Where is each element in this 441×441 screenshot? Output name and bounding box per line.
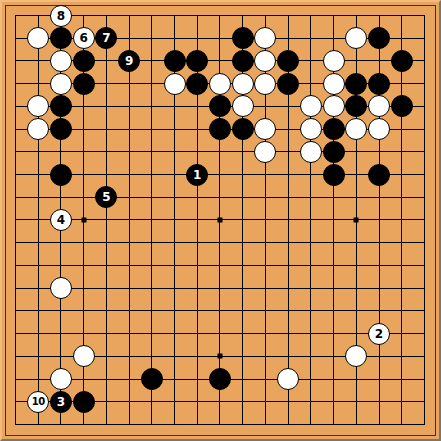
go-stone-white[interactable] bbox=[232, 95, 254, 117]
go-stone-black[interactable] bbox=[232, 118, 254, 140]
go-stone-black[interactable] bbox=[209, 368, 231, 390]
go-stone-black[interactable] bbox=[209, 95, 231, 117]
go-stone-white[interactable] bbox=[50, 73, 72, 95]
go-stone-white[interactable] bbox=[345, 345, 367, 367]
go-stone-black[interactable] bbox=[232, 27, 254, 49]
go-stone-black[interactable] bbox=[73, 50, 95, 72]
go-stone-white[interactable] bbox=[300, 95, 322, 117]
go-stone-white[interactable] bbox=[300, 141, 322, 163]
go-stone-white[interactable] bbox=[50, 368, 72, 390]
go-stone-black[interactable] bbox=[73, 391, 95, 413]
go-stone-black-move-7[interactable]: 7 bbox=[95, 27, 117, 49]
go-stone-white-move-10[interactable]: 10 bbox=[27, 391, 49, 413]
go-stone-black[interactable] bbox=[345, 73, 367, 95]
go-stone-black[interactable] bbox=[368, 27, 390, 49]
go-stone-white[interactable] bbox=[254, 118, 276, 140]
go-stone-black[interactable] bbox=[186, 50, 208, 72]
go-stone-white[interactable] bbox=[50, 50, 72, 72]
go-stone-black-move-3[interactable]: 3 bbox=[50, 391, 72, 413]
go-stone-white[interactable] bbox=[50, 277, 72, 299]
star-point bbox=[217, 354, 222, 359]
go-stone-white[interactable] bbox=[27, 95, 49, 117]
go-stone-black[interactable] bbox=[323, 141, 345, 163]
go-stone-white[interactable] bbox=[345, 118, 367, 140]
go-stone-black[interactable] bbox=[50, 164, 72, 186]
go-stone-white[interactable] bbox=[345, 27, 367, 49]
go-stone-white[interactable] bbox=[323, 50, 345, 72]
go-stone-white-move-6[interactable]: 6 bbox=[73, 27, 95, 49]
go-stone-black[interactable] bbox=[277, 50, 299, 72]
go-stone-black[interactable] bbox=[323, 164, 345, 186]
go-stone-black[interactable] bbox=[141, 368, 163, 390]
go-stone-black[interactable] bbox=[50, 27, 72, 49]
go-stone-black[interactable] bbox=[368, 164, 390, 186]
go-stone-black[interactable] bbox=[323, 118, 345, 140]
go-stone-white-move-2[interactable]: 2 bbox=[368, 323, 390, 345]
go-stone-black[interactable] bbox=[368, 73, 390, 95]
go-stone-white-move-4[interactable]: 4 bbox=[50, 209, 72, 231]
go-stone-white[interactable] bbox=[209, 73, 231, 95]
go-stone-white[interactable] bbox=[254, 141, 276, 163]
go-stone-black[interactable] bbox=[164, 50, 186, 72]
go-stone-black[interactable] bbox=[391, 95, 413, 117]
go-stone-black[interactable] bbox=[50, 118, 72, 140]
star-point bbox=[354, 217, 359, 222]
go-stone-white[interactable] bbox=[368, 95, 390, 117]
go-stone-white[interactable] bbox=[254, 73, 276, 95]
go-stone-white[interactable] bbox=[254, 50, 276, 72]
go-stone-white[interactable] bbox=[277, 368, 299, 390]
go-stone-white[interactable] bbox=[368, 118, 390, 140]
go-stone-black[interactable] bbox=[232, 50, 254, 72]
go-stone-black-move-9[interactable]: 9 bbox=[118, 50, 140, 72]
go-board[interactable]: 86791542103 bbox=[0, 0, 441, 441]
go-stone-black[interactable] bbox=[50, 95, 72, 117]
star-point bbox=[81, 217, 86, 222]
go-stone-black[interactable] bbox=[277, 73, 299, 95]
go-stone-black[interactable] bbox=[209, 118, 231, 140]
go-stone-white[interactable] bbox=[27, 118, 49, 140]
go-stone-black-move-1[interactable]: 1 bbox=[186, 164, 208, 186]
go-stone-white[interactable] bbox=[300, 118, 322, 140]
go-stone-white[interactable] bbox=[232, 73, 254, 95]
go-stone-white[interactable] bbox=[254, 27, 276, 49]
go-stone-white[interactable] bbox=[323, 95, 345, 117]
go-stone-white[interactable] bbox=[27, 27, 49, 49]
star-point bbox=[217, 217, 222, 222]
go-stone-white[interactable] bbox=[73, 345, 95, 367]
go-stone-black[interactable] bbox=[345, 95, 367, 117]
go-stone-black-move-5[interactable]: 5 bbox=[95, 186, 117, 208]
go-stone-black[interactable] bbox=[186, 73, 208, 95]
go-stone-white-move-8[interactable]: 8 bbox=[50, 5, 72, 27]
go-stone-black[interactable] bbox=[391, 50, 413, 72]
go-stone-black[interactable] bbox=[73, 73, 95, 95]
go-stone-white[interactable] bbox=[164, 73, 186, 95]
go-stone-white[interactable] bbox=[323, 73, 345, 95]
